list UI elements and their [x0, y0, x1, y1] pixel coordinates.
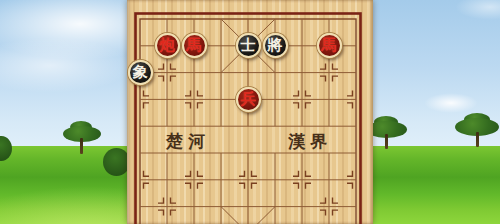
piece-black-general[interactable]: 將	[263, 33, 288, 58]
piece-black-advisor[interactable]: 士	[236, 33, 261, 58]
river-label-right: 漢界	[288, 130, 332, 153]
tree-trunk	[385, 134, 388, 149]
piece-black-elephant[interactable]: 象	[128, 60, 153, 85]
cloud-icon	[424, 93, 478, 113]
piece-red-horse[interactable]: 馬	[182, 33, 207, 58]
xiangqi-board[interactable]: 楚河 漢界 炮馬士將馬象兵	[127, 0, 373, 224]
river-label-left: 楚河	[166, 130, 210, 153]
bush-icon	[103, 148, 130, 176]
tree-icon	[62, 123, 102, 157]
piece-red-horse[interactable]: 馬	[317, 33, 342, 58]
piece-red-soldier[interactable]: 兵	[236, 87, 261, 112]
tree-trunk	[80, 138, 83, 154]
tree-icon	[454, 115, 500, 148]
tree-trunk	[476, 132, 479, 147]
piece-red-cannon[interactable]: 炮	[155, 33, 180, 58]
scene: 楚河 漢界 炮馬士將馬象兵	[0, 0, 500, 224]
